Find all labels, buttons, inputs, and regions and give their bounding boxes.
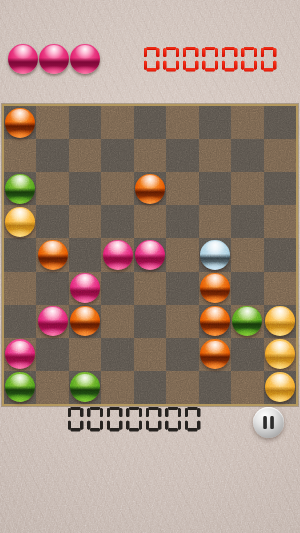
segment-f <box>261 48 265 58</box>
board-cell-r2c6[interactable] <box>199 172 231 205</box>
pink-ball[interactable] <box>70 273 100 303</box>
board-cell-r6c8[interactable] <box>264 305 296 338</box>
board-cell-r0c2[interactable] <box>69 106 101 139</box>
board-cell-r7c8[interactable] <box>264 338 296 371</box>
yellow-ball[interactable] <box>265 372 295 402</box>
segment-e <box>241 60 245 70</box>
board-cell-r7c1[interactable] <box>36 338 68 371</box>
segment-d <box>263 68 274 72</box>
segment-f <box>165 408 169 418</box>
segment-b <box>197 408 201 418</box>
board-cell-r0c0[interactable] <box>4 106 36 139</box>
segment-b <box>273 48 277 58</box>
yellow-ball[interactable] <box>265 306 295 336</box>
segment-e <box>68 420 72 430</box>
board-cell-r4c4[interactable] <box>134 238 166 271</box>
green-ball[interactable] <box>5 372 35 402</box>
segment-b <box>158 408 162 418</box>
pink-ball[interactable] <box>103 240 133 270</box>
board-cell-r5c3[interactable] <box>101 272 133 305</box>
board-cell-r5c6[interactable] <box>199 272 231 305</box>
game-screen <box>0 0 300 533</box>
green-ball[interactable] <box>70 372 100 402</box>
pink-ball[interactable] <box>38 306 68 336</box>
segment-f <box>163 48 167 58</box>
segment-b <box>215 48 219 58</box>
board-cell-r5c0[interactable] <box>4 272 36 305</box>
secondary-display <box>67 406 201 432</box>
segment-b <box>178 408 182 418</box>
board-cell-r7c2[interactable] <box>69 338 101 371</box>
segment-b <box>119 408 123 418</box>
board-cell-r7c0[interactable] <box>4 338 36 371</box>
segment-f <box>87 408 91 418</box>
board-cell-r2c2[interactable] <box>69 172 101 205</box>
board-cell-r6c6[interactable] <box>199 305 231 338</box>
board-cell-r0c1[interactable] <box>36 106 68 139</box>
board-cell-r1c3[interactable] <box>101 139 133 172</box>
seven-seg-digit <box>126 406 143 432</box>
board-cell-r2c1[interactable] <box>36 172 68 205</box>
board-cell-r5c1[interactable] <box>36 272 68 305</box>
segment-d <box>185 68 196 72</box>
board-cell-r8c6[interactable] <box>199 371 231 404</box>
blue-ball[interactable] <box>200 240 230 270</box>
board-cell-r6c1[interactable] <box>36 305 68 338</box>
segment-c <box>158 420 162 430</box>
segment-a <box>187 407 198 411</box>
seven-seg-digit <box>202 46 219 72</box>
segment-e <box>185 420 189 430</box>
board-cell-r2c5[interactable] <box>166 172 198 205</box>
board-cell-r3c2[interactable] <box>69 205 101 238</box>
seven-seg-digit <box>260 46 277 72</box>
board-cell-r3c4[interactable] <box>134 205 166 238</box>
segment-a <box>205 47 216 51</box>
board-cell-r4c7[interactable] <box>231 238 263 271</box>
segment-b <box>195 48 199 58</box>
next-ball-pink <box>70 44 100 74</box>
board-cell-r2c4[interactable] <box>134 172 166 205</box>
board-cell-r0c7[interactable] <box>231 106 263 139</box>
board-cell-r0c8[interactable] <box>264 106 296 139</box>
segment-f <box>126 408 130 418</box>
orange-ball[interactable] <box>200 306 230 336</box>
board-cell-r3c6[interactable] <box>199 205 231 238</box>
board-cell-r3c1[interactable] <box>36 205 68 238</box>
board-cell-r6c5[interactable] <box>166 305 198 338</box>
board-cell-r1c4[interactable] <box>134 139 166 172</box>
segment-f <box>202 48 206 58</box>
seven-seg-digit <box>182 46 199 72</box>
segment-e <box>163 60 167 70</box>
segment-c <box>195 60 199 70</box>
segment-a <box>168 407 179 411</box>
seven-seg-digit <box>145 406 162 432</box>
segment-a <box>224 47 235 51</box>
pink-ball[interactable] <box>5 339 35 369</box>
next-ball-pink <box>8 44 38 74</box>
segment-d <box>166 68 177 72</box>
board-cell-r2c3[interactable] <box>101 172 133 205</box>
board-cell-r4c3[interactable] <box>101 238 133 271</box>
segment-d <box>129 428 140 432</box>
segment-f <box>144 48 148 58</box>
segment-d <box>146 68 157 72</box>
seven-seg-digit <box>184 406 201 432</box>
board-cell-r5c4[interactable] <box>134 272 166 305</box>
board-cell-r6c2[interactable] <box>69 305 101 338</box>
board-cell-r5c5[interactable] <box>166 272 198 305</box>
board-cell-r1c7[interactable] <box>231 139 263 172</box>
board-cell-r8c5[interactable] <box>166 371 198 404</box>
segment-e <box>144 60 148 70</box>
pause-icon <box>263 416 274 429</box>
board-cell-r8c3[interactable] <box>101 371 133 404</box>
board-cell-r7c4[interactable] <box>134 338 166 371</box>
next-balls-tray <box>8 44 100 74</box>
segment-f <box>222 48 226 58</box>
board-cell-r3c0[interactable] <box>4 205 36 238</box>
segment-c <box>176 60 180 70</box>
segment-b <box>100 408 104 418</box>
green-ball[interactable] <box>5 174 35 204</box>
segment-b <box>156 48 160 58</box>
seven-seg-digit <box>163 46 180 72</box>
score-display <box>143 46 277 72</box>
segment-d <box>187 428 198 432</box>
segment-d <box>70 428 81 432</box>
next-ball-pink <box>39 44 69 74</box>
seven-seg-digit <box>106 406 123 432</box>
segment-c <box>100 420 104 430</box>
board-cell-r1c1[interactable] <box>36 139 68 172</box>
segment-f <box>68 408 72 418</box>
board-cell-r6c7[interactable] <box>231 305 263 338</box>
segment-e <box>165 420 169 430</box>
segment-e <box>202 60 206 70</box>
seven-seg-digit <box>241 46 258 72</box>
segment-d <box>148 428 159 432</box>
segment-a <box>90 407 101 411</box>
segment-f <box>146 408 150 418</box>
segment-c <box>234 60 238 70</box>
segment-d <box>244 68 255 72</box>
segment-b <box>234 48 238 58</box>
segment-c <box>156 60 160 70</box>
segment-c <box>178 420 182 430</box>
board-cell-r2c8[interactable] <box>264 172 296 205</box>
segment-d <box>205 68 216 72</box>
orange-ball[interactable] <box>135 174 165 204</box>
segment-c <box>273 60 277 70</box>
segment-f <box>241 48 245 58</box>
orange-ball[interactable] <box>200 273 230 303</box>
segment-c <box>80 420 84 430</box>
board-cell-r8c8[interactable] <box>264 371 296 404</box>
segment-b <box>254 48 258 58</box>
orange-ball[interactable] <box>70 306 100 336</box>
orange-ball[interactable] <box>5 108 35 138</box>
board-cell-r6c3[interactable] <box>101 305 133 338</box>
board-cell-r8c7[interactable] <box>231 371 263 404</box>
board-cell-r7c6[interactable] <box>199 338 231 371</box>
segment-e <box>87 420 91 430</box>
segment-e <box>183 60 187 70</box>
segment-d <box>90 428 101 432</box>
board-cell-r0c6[interactable] <box>199 106 231 139</box>
seven-seg-digit <box>87 406 104 432</box>
segment-a <box>244 47 255 51</box>
segment-f <box>185 408 189 418</box>
board-cell-r6c4[interactable] <box>134 305 166 338</box>
game-board[interactable] <box>2 104 298 406</box>
segment-a <box>146 47 157 51</box>
board-cell-r8c2[interactable] <box>69 371 101 404</box>
segment-e <box>126 420 130 430</box>
board-cell-r1c2[interactable] <box>69 139 101 172</box>
segment-c <box>254 60 258 70</box>
board-cell-r8c0[interactable] <box>4 371 36 404</box>
segment-b <box>80 408 84 418</box>
board-cell-r4c0[interactable] <box>4 238 36 271</box>
board-cell-r5c2[interactable] <box>69 272 101 305</box>
board-cell-r7c7[interactable] <box>231 338 263 371</box>
board-cell-r1c5[interactable] <box>166 139 198 172</box>
segment-a <box>129 407 140 411</box>
segment-e <box>222 60 226 70</box>
yellow-ball[interactable] <box>5 207 35 237</box>
segment-b <box>139 408 143 418</box>
orange-ball[interactable] <box>38 240 68 270</box>
segment-a <box>109 407 120 411</box>
segment-d <box>109 428 120 432</box>
segment-d <box>168 428 179 432</box>
board-cell-r8c1[interactable] <box>36 371 68 404</box>
segment-a <box>263 47 274 51</box>
seven-seg-digit <box>221 46 238 72</box>
board-cell-r3c7[interactable] <box>231 205 263 238</box>
seven-seg-digit <box>165 406 182 432</box>
segment-c <box>197 420 201 430</box>
pink-ball[interactable] <box>135 240 165 270</box>
segment-c <box>139 420 143 430</box>
seven-seg-digit <box>143 46 160 72</box>
board-cell-r3c5[interactable] <box>166 205 198 238</box>
seven-seg-digit <box>67 406 84 432</box>
board-cell-r7c5[interactable] <box>166 338 198 371</box>
green-ball[interactable] <box>232 306 262 336</box>
board-cell-r1c6[interactable] <box>199 139 231 172</box>
board-cell-r1c8[interactable] <box>264 139 296 172</box>
board-cell-r4c2[interactable] <box>69 238 101 271</box>
board-cell-r2c7[interactable] <box>231 172 263 205</box>
board-cell-r4c6[interactable] <box>199 238 231 271</box>
segment-a <box>70 407 81 411</box>
segment-e <box>107 420 111 430</box>
segment-a <box>148 407 159 411</box>
board-cell-r3c3[interactable] <box>101 205 133 238</box>
board-cell-r8c4[interactable] <box>134 371 166 404</box>
board-cell-r7c3[interactable] <box>101 338 133 371</box>
orange-ball[interactable] <box>200 339 230 369</box>
board-cell-r4c8[interactable] <box>264 238 296 271</box>
board-cell-r0c5[interactable] <box>166 106 198 139</box>
segment-f <box>107 408 111 418</box>
segment-a <box>185 47 196 51</box>
segment-a <box>166 47 177 51</box>
segment-e <box>146 420 150 430</box>
board-cell-r1c0[interactable] <box>4 139 36 172</box>
board-cell-r0c4[interactable] <box>134 106 166 139</box>
board-cell-r4c1[interactable] <box>36 238 68 271</box>
board-cell-r5c7[interactable] <box>231 272 263 305</box>
board-cell-r2c0[interactable] <box>4 172 36 205</box>
board-cell-r5c8[interactable] <box>264 272 296 305</box>
board-cell-r6c0[interactable] <box>4 305 36 338</box>
board-cell-r3c8[interactable] <box>264 205 296 238</box>
pause-button[interactable] <box>253 407 284 438</box>
segment-f <box>183 48 187 58</box>
segment-c <box>119 420 123 430</box>
board-cell-r4c5[interactable] <box>166 238 198 271</box>
yellow-ball[interactable] <box>265 339 295 369</box>
segment-e <box>261 60 265 70</box>
segment-b <box>176 48 180 58</box>
segment-c <box>215 60 219 70</box>
segment-d <box>224 68 235 72</box>
board-cell-r0c3[interactable] <box>101 106 133 139</box>
